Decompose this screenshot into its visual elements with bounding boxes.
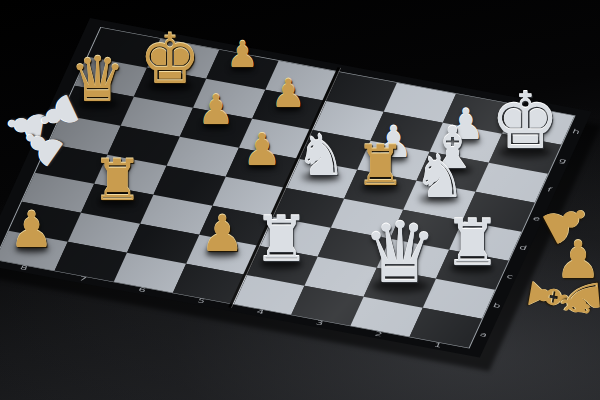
file-label-d: d — [515, 244, 532, 252]
file-label-b: b — [488, 302, 505, 310]
offboard-gold-knight[interactable]: ♞ — [553, 274, 600, 325]
piece-gold-pawn-h6[interactable]: ♟ — [226, 37, 258, 73]
piece-gold-pawn-b5[interactable]: ♟ — [200, 209, 245, 259]
piece-gold-king-g7[interactable]: ♚ — [139, 24, 201, 93]
file-label-f: f — [541, 186, 558, 194]
file-label-a: a — [475, 331, 492, 339]
piece-gold-pawn-e5[interactable]: ♟ — [242, 127, 281, 171]
file-label-h: h — [568, 128, 585, 136]
chess-photo-scene: 87654321abcdefgh ♟♚♛♟♟♟♚♟♟♝♞♜♞♜♟♟♜♜♛ ♟♟♟… — [0, 0, 600, 400]
piece-silver-king-g1[interactable]: ♚ — [490, 82, 560, 160]
piece-gold-rook-c7[interactable]: ♜ — [92, 151, 143, 208]
piece-silver-queen-b2[interactable]: ♛ — [362, 211, 437, 295]
piece-gold-pawn-f6[interactable]: ♟ — [198, 90, 235, 131]
piece-gold-pawn-g5[interactable]: ♟ — [271, 74, 306, 113]
piece-gold-rook-e3[interactable]: ♜ — [355, 138, 405, 194]
piece-silver-knight-e2[interactable]: ♞ — [413, 147, 466, 206]
file-label-c: c — [502, 273, 519, 281]
piece-silver-rook-c1[interactable]: ♜ — [443, 211, 500, 275]
piece-silver-rook-b4[interactable]: ♜ — [253, 208, 309, 271]
piece-gold-pawn-a8[interactable]: ♟ — [9, 205, 54, 255]
piece-silver-knight-e4[interactable]: ♞ — [296, 126, 347, 183]
